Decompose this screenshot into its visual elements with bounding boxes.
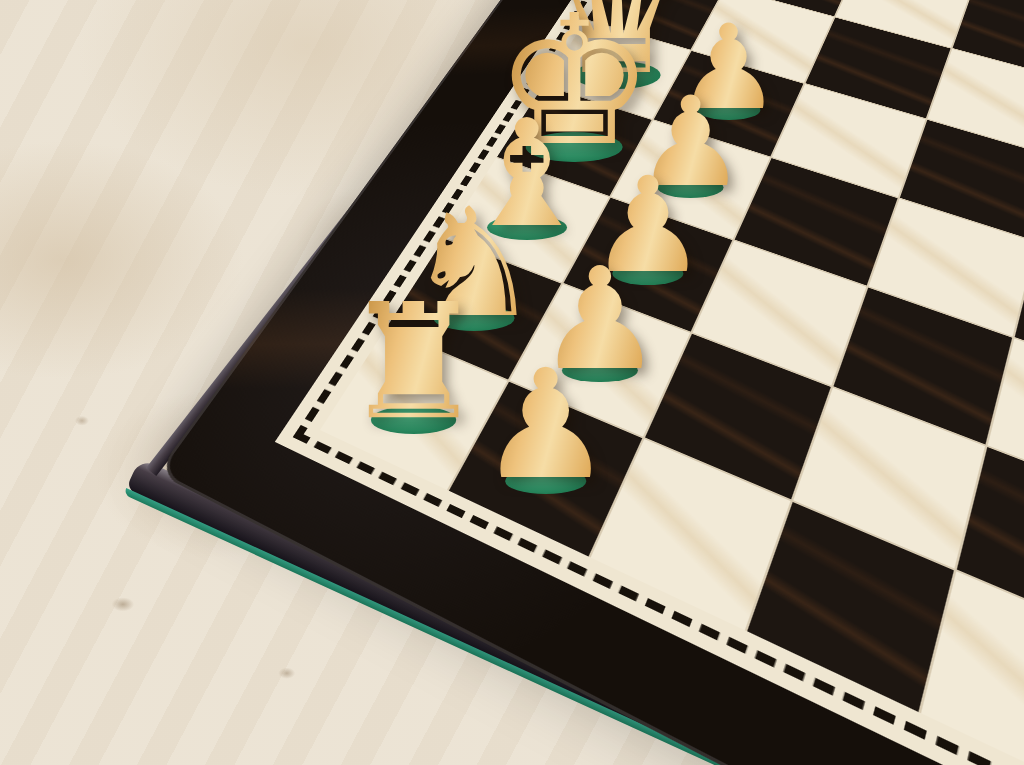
dashed-inlay-border [293, 0, 1024, 765]
chessboard-frame [157, 0, 1024, 765]
chessboard [157, 0, 1024, 765]
photo-scene: ♛♚♟♝♟♞♟♜♟♟ [0, 0, 1024, 765]
chessboard-grid [320, 0, 1024, 765]
inlay-band-inner [304, 0, 1024, 765]
inlay-band-outer [275, 0, 1024, 765]
